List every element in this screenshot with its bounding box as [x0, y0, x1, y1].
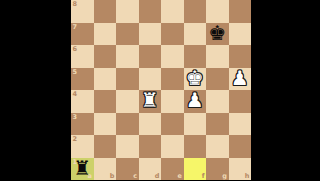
square-b2[interactable] [94, 135, 117, 158]
chess-board: 87♚65♚♟4♜♟321a♜bcdefgh [71, 0, 251, 180]
file-label-c: c [133, 173, 137, 180]
square-d7[interactable] [139, 23, 162, 46]
square-e3[interactable] [161, 113, 184, 136]
square-f7[interactable] [184, 23, 207, 46]
square-c3[interactable] [116, 113, 139, 136]
black-rook[interactable]: ♜ [71, 157, 94, 180]
square-f2[interactable] [184, 135, 207, 158]
file-label-g: g [222, 173, 227, 180]
square-b5[interactable] [94, 68, 117, 91]
square-a8[interactable]: 8 [71, 0, 94, 23]
file-label-e: e [178, 173, 182, 180]
square-g8[interactable] [206, 0, 229, 23]
square-c2[interactable] [116, 135, 139, 158]
square-h1[interactable]: h [229, 158, 252, 181]
square-h2[interactable] [229, 135, 252, 158]
square-e4[interactable] [161, 90, 184, 113]
square-h4[interactable] [229, 90, 252, 113]
square-d1[interactable]: d [139, 158, 162, 181]
file-label-d: d [155, 173, 160, 180]
square-h6[interactable] [229, 45, 252, 68]
square-e2[interactable] [161, 135, 184, 158]
square-d6[interactable] [139, 45, 162, 68]
square-d2[interactable] [139, 135, 162, 158]
square-f6[interactable] [184, 45, 207, 68]
square-d8[interactable] [139, 0, 162, 23]
rank-label-5: 5 [73, 69, 78, 76]
app-background: 87♚65♚♟4♜♟321a♜bcdefgh [0, 0, 320, 180]
square-h8[interactable] [229, 0, 252, 23]
square-d5[interactable] [139, 68, 162, 91]
square-g6[interactable] [206, 45, 229, 68]
square-b1[interactable]: b [94, 158, 117, 181]
rank-label-8: 8 [73, 1, 78, 8]
square-a1[interactable]: 1a♜ [71, 158, 94, 181]
white-pawn[interactable]: ♟ [184, 89, 207, 112]
square-a3[interactable]: 3 [71, 113, 94, 136]
square-c4[interactable] [116, 90, 139, 113]
square-c5[interactable] [116, 68, 139, 91]
square-h5[interactable]: ♟ [229, 68, 252, 91]
square-f8[interactable] [184, 0, 207, 23]
square-a6[interactable]: 6 [71, 45, 94, 68]
square-b7[interactable] [94, 23, 117, 46]
rank-label-2: 2 [73, 136, 78, 143]
black-king[interactable]: ♚ [206, 22, 229, 45]
square-b6[interactable] [94, 45, 117, 68]
square-f1[interactable]: f [184, 158, 207, 181]
square-c6[interactable] [116, 45, 139, 68]
square-a4[interactable]: 4 [71, 90, 94, 113]
square-g5[interactable] [206, 68, 229, 91]
square-g2[interactable] [206, 135, 229, 158]
square-g7[interactable]: ♚ [206, 23, 229, 46]
square-e6[interactable] [161, 45, 184, 68]
square-f4[interactable]: ♟ [184, 90, 207, 113]
square-a2[interactable]: 2 [71, 135, 94, 158]
square-b8[interactable] [94, 0, 117, 23]
rank-label-4: 4 [73, 91, 78, 98]
rank-label-6: 6 [73, 46, 78, 53]
square-e8[interactable] [161, 0, 184, 23]
square-b3[interactable] [94, 113, 117, 136]
square-c7[interactable] [116, 23, 139, 46]
rank-label-7: 7 [73, 24, 78, 31]
white-rook[interactable]: ♜ [139, 89, 162, 112]
square-c8[interactable] [116, 0, 139, 23]
square-a7[interactable]: 7 [71, 23, 94, 46]
file-label-h: h [245, 173, 250, 180]
square-d4[interactable]: ♜ [139, 90, 162, 113]
square-e1[interactable]: e [161, 158, 184, 181]
square-g4[interactable] [206, 90, 229, 113]
white-pawn[interactable]: ♟ [229, 67, 252, 90]
square-e5[interactable] [161, 68, 184, 91]
file-label-b: b [110, 173, 115, 180]
square-f5[interactable]: ♚ [184, 68, 207, 91]
square-f3[interactable] [184, 113, 207, 136]
square-g3[interactable] [206, 113, 229, 136]
square-g1[interactable]: g [206, 158, 229, 181]
square-h7[interactable] [229, 23, 252, 46]
square-e7[interactable] [161, 23, 184, 46]
square-h3[interactable] [229, 113, 252, 136]
square-a5[interactable]: 5 [71, 68, 94, 91]
square-b4[interactable] [94, 90, 117, 113]
file-label-f: f [202, 173, 205, 180]
square-c1[interactable]: c [116, 158, 139, 181]
square-d3[interactable] [139, 113, 162, 136]
white-king[interactable]: ♚ [184, 67, 207, 90]
rank-label-3: 3 [73, 114, 78, 121]
